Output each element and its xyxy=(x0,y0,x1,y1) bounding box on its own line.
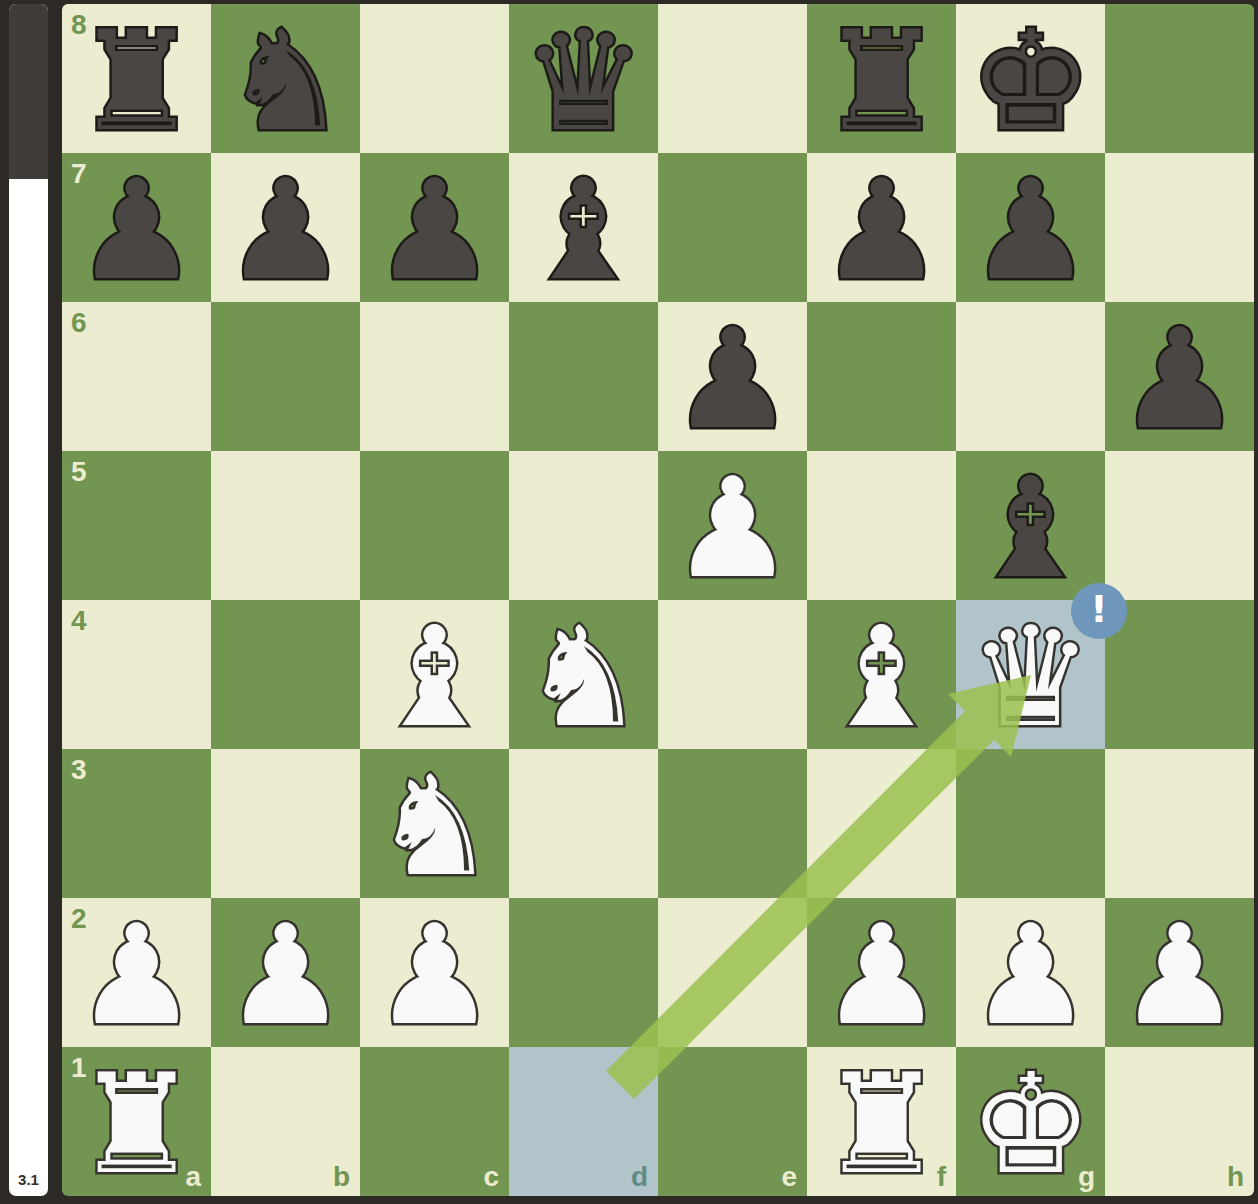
piece-black-pawn-b7[interactable]: ♟ xyxy=(211,156,360,305)
piece-white-bishop-c4[interactable]: ♝ xyxy=(360,603,509,752)
square-d4[interactable]: ♞ xyxy=(509,600,658,749)
square-b2[interactable]: ♟ xyxy=(211,898,360,1047)
square-c4[interactable]: ♝ xyxy=(360,600,509,749)
square-e5[interactable]: ♟ xyxy=(658,451,807,600)
square-d3[interactable] xyxy=(509,749,658,898)
file-label-e: e xyxy=(781,1163,797,1191)
piece-black-pawn-g7[interactable]: ♟ xyxy=(956,156,1105,305)
square-e2[interactable] xyxy=(658,898,807,1047)
square-g8[interactable]: ♚ xyxy=(956,4,1105,153)
piece-white-pawn-b2[interactable]: ♟ xyxy=(211,901,360,1050)
square-b7[interactable]: ♟ xyxy=(211,153,360,302)
square-a3[interactable]: 3 xyxy=(62,749,211,898)
file-label-d: d xyxy=(631,1163,648,1191)
square-b3[interactable] xyxy=(211,749,360,898)
piece-black-pawn-e6[interactable]: ♟ xyxy=(658,305,807,454)
rank-label-3: 3 xyxy=(71,756,87,784)
square-f7[interactable]: ♟ xyxy=(807,153,956,302)
square-e1[interactable]: e xyxy=(658,1047,807,1196)
square-g1[interactable]: g♚ xyxy=(956,1047,1105,1196)
square-b6[interactable] xyxy=(211,302,360,451)
chess-board: 8♜♞♛♜♚7♟♟♟♝♟♟6♟♟5♟♝4♝♞♝♛3♞2♟♟♟♟♟♟1a♜bcde… xyxy=(62,4,1254,1196)
piece-white-pawn-a2[interactable]: ♟ xyxy=(62,901,211,1050)
square-g7[interactable]: ♟ xyxy=(956,153,1105,302)
piece-black-pawn-f7[interactable]: ♟ xyxy=(807,156,956,305)
rank-label-5: 5 xyxy=(71,458,87,486)
piece-black-knight-b8[interactable]: ♞ xyxy=(211,7,360,156)
square-e4[interactable] xyxy=(658,600,807,749)
evaluation-score: 3.1 xyxy=(9,1171,48,1188)
piece-white-pawn-c2[interactable]: ♟ xyxy=(360,901,509,1050)
square-f1[interactable]: f♜ xyxy=(807,1047,956,1196)
square-f3[interactable] xyxy=(807,749,956,898)
piece-black-king-g8[interactable]: ♚ xyxy=(956,7,1105,156)
piece-black-pawn-a7[interactable]: ♟ xyxy=(62,156,211,305)
square-c2[interactable]: ♟ xyxy=(360,898,509,1047)
square-d7[interactable]: ♝ xyxy=(509,153,658,302)
piece-black-pawn-c7[interactable]: ♟ xyxy=(360,156,509,305)
square-d6[interactable] xyxy=(509,302,658,451)
square-a2[interactable]: 2♟ xyxy=(62,898,211,1047)
square-c5[interactable] xyxy=(360,451,509,600)
square-c3[interactable]: ♞ xyxy=(360,749,509,898)
square-h3[interactable] xyxy=(1105,749,1254,898)
square-b8[interactable]: ♞ xyxy=(211,4,360,153)
file-label-c: c xyxy=(483,1163,499,1191)
square-f5[interactable] xyxy=(807,451,956,600)
square-g3[interactable] xyxy=(956,749,1105,898)
file-label-b: b xyxy=(333,1163,350,1191)
square-g2[interactable]: ♟ xyxy=(956,898,1105,1047)
rank-label-4: 4 xyxy=(71,607,87,635)
square-c8[interactable] xyxy=(360,4,509,153)
piece-black-bishop-d7[interactable]: ♝ xyxy=(509,156,658,305)
square-c7[interactable]: ♟ xyxy=(360,153,509,302)
piece-black-queen-d8[interactable]: ♛ xyxy=(509,7,658,156)
piece-black-rook-a8[interactable]: ♜ xyxy=(62,7,211,156)
piece-white-rook-f1[interactable]: ♜ xyxy=(807,1050,956,1196)
piece-black-bishop-g5[interactable]: ♝ xyxy=(956,454,1105,603)
square-d8[interactable]: ♛ xyxy=(509,4,658,153)
square-a6[interactable]: 6 xyxy=(62,302,211,451)
square-e6[interactable]: ♟ xyxy=(658,302,807,451)
square-e7[interactable] xyxy=(658,153,807,302)
square-h8[interactable] xyxy=(1105,4,1254,153)
square-g6[interactable] xyxy=(956,302,1105,451)
square-b1[interactable]: b xyxy=(211,1047,360,1196)
square-d5[interactable] xyxy=(509,451,658,600)
piece-white-rook-a1[interactable]: ♜ xyxy=(62,1050,211,1196)
square-h2[interactable]: ♟ xyxy=(1105,898,1254,1047)
square-a1[interactable]: 1a♜ xyxy=(62,1047,211,1196)
square-a4[interactable]: 4 xyxy=(62,600,211,749)
piece-white-bishop-f4[interactable]: ♝ xyxy=(807,603,956,752)
square-c1[interactable]: c xyxy=(360,1047,509,1196)
piece-white-pawn-h2[interactable]: ♟ xyxy=(1105,901,1254,1050)
piece-white-knight-c3[interactable]: ♞ xyxy=(360,752,509,901)
square-f8[interactable]: ♜ xyxy=(807,4,956,153)
piece-white-pawn-e5[interactable]: ♟ xyxy=(658,454,807,603)
square-e8[interactable] xyxy=(658,4,807,153)
piece-white-king-g1[interactable]: ♚ xyxy=(956,1050,1105,1196)
square-h1[interactable]: h xyxy=(1105,1047,1254,1196)
square-c6[interactable] xyxy=(360,302,509,451)
piece-white-pawn-f2[interactable]: ♟ xyxy=(807,901,956,1050)
piece-white-knight-d4[interactable]: ♞ xyxy=(509,603,658,752)
evaluation-bar-black-portion xyxy=(9,4,48,179)
square-h5[interactable] xyxy=(1105,451,1254,600)
square-e3[interactable] xyxy=(658,749,807,898)
square-f2[interactable]: ♟ xyxy=(807,898,956,1047)
move-annotation-badge: ! xyxy=(1071,583,1127,639)
square-a8[interactable]: 8♜ xyxy=(62,4,211,153)
square-g5[interactable]: ♝ xyxy=(956,451,1105,600)
square-b5[interactable] xyxy=(211,451,360,600)
square-f4[interactable]: ♝ xyxy=(807,600,956,749)
piece-black-rook-f8[interactable]: ♜ xyxy=(807,7,956,156)
square-d2[interactable] xyxy=(509,898,658,1047)
square-h6[interactable]: ♟ xyxy=(1105,302,1254,451)
piece-black-pawn-h6[interactable]: ♟ xyxy=(1105,305,1254,454)
square-a7[interactable]: 7♟ xyxy=(62,153,211,302)
square-f6[interactable] xyxy=(807,302,956,451)
piece-white-pawn-g2[interactable]: ♟ xyxy=(956,901,1105,1050)
square-d1[interactable]: d xyxy=(509,1047,658,1196)
evaluation-bar: 3.1 xyxy=(9,4,48,1196)
square-h7[interactable] xyxy=(1105,153,1254,302)
rank-label-6: 6 xyxy=(71,309,87,337)
square-b4[interactable] xyxy=(211,600,360,749)
exclamation-icon: ! xyxy=(1090,590,1107,628)
file-label-h: h xyxy=(1227,1163,1244,1191)
square-h4[interactable] xyxy=(1105,600,1254,749)
square-a5[interactable]: 5 xyxy=(62,451,211,600)
